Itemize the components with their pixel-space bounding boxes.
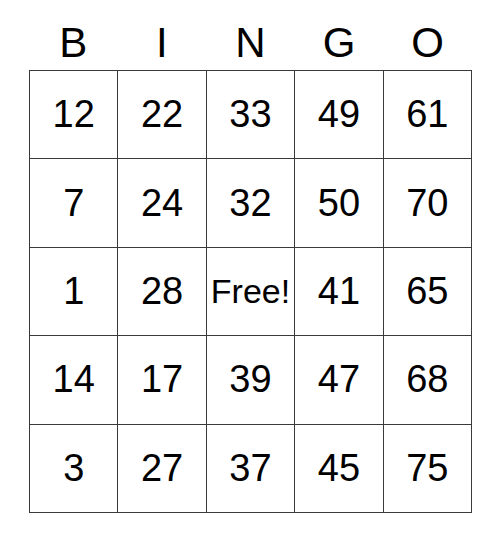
header-letter-g: G [295,22,384,70]
header-letter-o: O [383,22,472,70]
bingo-cell-r2c2[interactable]: 24 [118,159,205,246]
bingo-cell-r1c5[interactable]: 61 [384,71,471,158]
bingo-cell-r4c1[interactable]: 14 [30,336,117,423]
bingo-cell-r5c4[interactable]: 45 [295,425,382,512]
bingo-cell-r3c1[interactable]: 1 [30,248,117,335]
bingo-cell-r3c4[interactable]: 41 [295,248,382,335]
bingo-cell-r4c4[interactable]: 47 [295,336,382,423]
header-letter-n: N [206,22,295,70]
bingo-cell-r5c5[interactable]: 75 [384,425,471,512]
bingo-cell-r5c1[interactable]: 3 [30,425,117,512]
bingo-cell-r1c4[interactable]: 49 [295,71,382,158]
bingo-cell-r2c4[interactable]: 50 [295,159,382,246]
bingo-cell-r2c5[interactable]: 70 [384,159,471,246]
bingo-cell-r4c5[interactable]: 68 [384,336,471,423]
bingo-cell-r5c3[interactable]: 37 [207,425,294,512]
bingo-cell-free[interactable]: Free! [207,248,294,335]
bingo-cell-r3c5[interactable]: 65 [384,248,471,335]
bingo-cell-r2c1[interactable]: 7 [30,159,117,246]
bingo-cell-r5c2[interactable]: 27 [118,425,205,512]
header-letter-i: I [118,22,207,70]
bingo-grid: 1222334961724325070128Free!4165141739476… [29,70,472,513]
bingo-cell-r1c2[interactable]: 22 [118,71,205,158]
bingo-cell-r4c2[interactable]: 17 [118,336,205,423]
bingo-card: BINGO 1222334961724325070128Free!4165141… [29,0,472,513]
bingo-cell-r4c3[interactable]: 39 [207,336,294,423]
bingo-header: BINGO [29,0,472,70]
bingo-cell-r1c3[interactable]: 33 [207,71,294,158]
bingo-cell-r2c3[interactable]: 32 [207,159,294,246]
header-letter-b: B [29,22,118,70]
bingo-cell-r1c1[interactable]: 12 [30,71,117,158]
bingo-cell-r3c2[interactable]: 28 [118,248,205,335]
